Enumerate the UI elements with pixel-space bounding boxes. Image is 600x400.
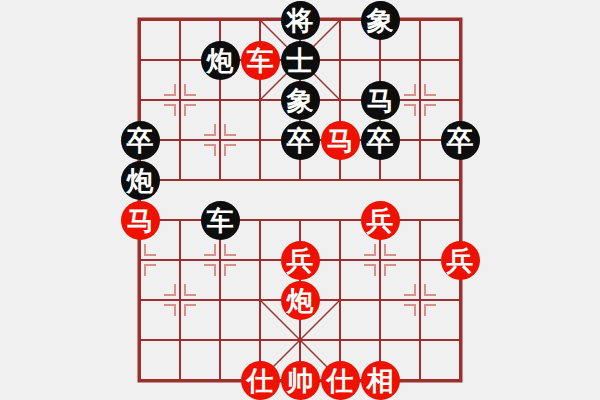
black-chariot-glyph: 车 <box>201 201 240 240</box>
piece-black-elephant[interactable]: 象 <box>280 80 320 120</box>
red-pawn-glyph: 兵 <box>361 201 400 240</box>
black-elephant-glyph: 象 <box>361 1 400 40</box>
piece-black-pawn[interactable]: 卒 <box>440 120 480 160</box>
piece-red-horse[interactable]: 马 <box>320 120 360 160</box>
black-cannon-glyph: 炮 <box>121 161 160 200</box>
piece-red-advisor[interactable]: 仕 <box>320 360 360 400</box>
red-general-glyph: 帅 <box>281 361 320 400</box>
piece-black-general[interactable]: 将 <box>280 0 320 40</box>
red-pawn-glyph: 兵 <box>441 241 480 280</box>
black-cannon-glyph: 炮 <box>201 41 240 80</box>
black-pawn-glyph: 卒 <box>441 121 480 160</box>
piece-red-elephant[interactable]: 相 <box>360 360 400 400</box>
xiangqi-app: 将象炮车士象马卒卒马卒卒炮马车兵兵兵炮仕帅仕相 <box>0 0 600 400</box>
piece-black-pawn[interactable]: 卒 <box>120 120 160 160</box>
black-horse-glyph: 马 <box>361 81 400 120</box>
piece-red-pawn[interactable]: 兵 <box>280 240 320 280</box>
black-advisor-glyph: 士 <box>281 41 320 80</box>
red-pawn-glyph: 兵 <box>281 241 320 280</box>
red-advisor-glyph: 仕 <box>321 361 360 400</box>
piece-red-advisor[interactable]: 仕 <box>240 360 280 400</box>
piece-black-cannon[interactable]: 炮 <box>120 160 160 200</box>
piece-red-chariot[interactable]: 车 <box>240 40 280 80</box>
red-elephant-glyph: 相 <box>361 361 400 400</box>
piece-red-general[interactable]: 帅 <box>280 360 320 400</box>
red-cannon-glyph: 炮 <box>281 281 320 320</box>
piece-black-advisor[interactable]: 士 <box>280 40 320 80</box>
piece-black-pawn[interactable]: 卒 <box>360 120 400 160</box>
piece-red-pawn[interactable]: 兵 <box>440 240 480 280</box>
black-general-glyph: 将 <box>281 1 320 40</box>
red-horse-glyph: 马 <box>121 201 160 240</box>
black-elephant-glyph: 象 <box>281 81 320 120</box>
piece-black-elephant[interactable]: 象 <box>360 0 400 40</box>
piece-red-pawn[interactable]: 兵 <box>360 200 400 240</box>
piece-black-cannon[interactable]: 炮 <box>200 40 240 80</box>
red-chariot-glyph: 车 <box>241 41 280 80</box>
piece-red-cannon[interactable]: 炮 <box>280 280 320 320</box>
xiangqi-board[interactable]: 将象炮车士象马卒卒马卒卒炮马车兵兵兵炮仕帅仕相 <box>120 0 480 400</box>
piece-black-chariot[interactable]: 车 <box>200 200 240 240</box>
red-horse-glyph: 马 <box>321 121 360 160</box>
black-pawn-glyph: 卒 <box>121 121 160 160</box>
piece-black-horse[interactable]: 马 <box>360 80 400 120</box>
piece-black-pawn[interactable]: 卒 <box>280 120 320 160</box>
red-advisor-glyph: 仕 <box>241 361 280 400</box>
black-pawn-glyph: 卒 <box>281 121 320 160</box>
black-pawn-glyph: 卒 <box>361 121 400 160</box>
piece-red-horse[interactable]: 马 <box>120 200 160 240</box>
